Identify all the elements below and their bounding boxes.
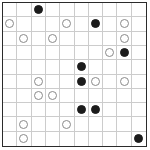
cell-r9c4[interactable] (46, 117, 60, 131)
cell-r1c4[interactable] (46, 3, 60, 17)
cell-r10c9[interactable] (117, 132, 131, 146)
cell-r2c2[interactable] (17, 17, 31, 31)
cell-r9c7[interactable] (89, 117, 103, 131)
cell-r2c1[interactable] (3, 17, 17, 31)
white-circle (62, 120, 71, 129)
cell-r1c10[interactable] (132, 3, 146, 17)
cell-r7c5[interactable] (60, 89, 74, 103)
cell-r8c6[interactable] (75, 103, 89, 117)
cell-r4c2[interactable] (17, 46, 31, 60)
cell-r3c7[interactable] (89, 32, 103, 46)
cell-r2c6[interactable] (75, 17, 89, 31)
cell-r6c3[interactable] (32, 75, 46, 89)
cell-r6c9[interactable] (117, 75, 131, 89)
cell-r4c1[interactable] (3, 46, 17, 60)
cell-r2c3[interactable] (32, 17, 46, 31)
white-circle (48, 34, 57, 43)
cell-r3c8[interactable] (103, 32, 117, 46)
cell-r4c7[interactable] (89, 46, 103, 60)
cell-r7c4[interactable] (46, 89, 60, 103)
cell-r7c1[interactable] (3, 89, 17, 103)
cell-r10c1[interactable] (3, 132, 17, 146)
cell-r6c8[interactable] (103, 75, 117, 89)
cell-r7c2[interactable] (17, 89, 31, 103)
cell-r8c3[interactable] (32, 103, 46, 117)
black-circle (77, 105, 86, 114)
cell-r5c2[interactable] (17, 60, 31, 74)
cell-r6c4[interactable] (46, 75, 60, 89)
cell-r9c1[interactable] (3, 117, 17, 131)
white-circle (105, 48, 114, 57)
cell-r2c4[interactable] (46, 17, 60, 31)
cell-r5c1[interactable] (3, 60, 17, 74)
cell-r8c5[interactable] (60, 103, 74, 117)
black-circle (91, 19, 100, 28)
black-circle (91, 105, 100, 114)
cell-r2c8[interactable] (103, 17, 117, 31)
cell-r5c9[interactable] (117, 60, 131, 74)
cell-r3c6[interactable] (75, 32, 89, 46)
black-circle (34, 5, 43, 14)
cell-r8c1[interactable] (3, 103, 17, 117)
cell-r3c2[interactable] (17, 32, 31, 46)
cell-r10c4[interactable] (46, 132, 60, 146)
cell-r7c8[interactable] (103, 89, 117, 103)
cell-r9c8[interactable] (103, 117, 117, 131)
cell-r10c10[interactable] (132, 132, 146, 146)
white-circle (62, 19, 71, 28)
white-circle (120, 77, 129, 86)
cell-r3c10[interactable] (132, 32, 146, 46)
cell-r8c7[interactable] (89, 103, 103, 117)
cell-r7c9[interactable] (117, 89, 131, 103)
cell-r5c7[interactable] (89, 60, 103, 74)
cell-r10c8[interactable] (103, 132, 117, 146)
cell-r5c3[interactable] (32, 60, 46, 74)
cell-r2c7[interactable] (89, 17, 103, 31)
cell-r9c6[interactable] (75, 117, 89, 131)
cell-r10c3[interactable] (32, 132, 46, 146)
black-circle (134, 134, 143, 143)
cell-r7c10[interactable] (132, 89, 146, 103)
cell-r1c2[interactable] (17, 3, 31, 17)
cell-r3c1[interactable] (3, 32, 17, 46)
cell-r8c2[interactable] (17, 103, 31, 117)
cell-r1c3[interactable] (32, 3, 46, 17)
cell-r7c6[interactable] (75, 89, 89, 103)
black-circle (120, 48, 129, 57)
masyu-board (2, 2, 147, 147)
cell-r3c5[interactable] (60, 32, 74, 46)
cell-r10c7[interactable] (89, 132, 103, 146)
cell-r10c6[interactable] (75, 132, 89, 146)
cell-r6c7[interactable] (89, 75, 103, 89)
cell-r1c8[interactable] (103, 3, 117, 17)
cell-r6c6[interactable] (75, 75, 89, 89)
cell-r5c5[interactable] (60, 60, 74, 74)
cell-r8c9[interactable] (117, 103, 131, 117)
black-circle (77, 77, 86, 86)
black-circle (77, 62, 86, 71)
white-circle (19, 134, 28, 143)
cell-r6c10[interactable] (132, 75, 146, 89)
cell-r5c4[interactable] (46, 60, 60, 74)
white-circle (5, 19, 14, 28)
cell-r1c1[interactable] (3, 3, 17, 17)
cell-r4c4[interactable] (46, 46, 60, 60)
cell-r5c10[interactable] (132, 60, 146, 74)
cell-r3c9[interactable] (117, 32, 131, 46)
white-circle (91, 77, 100, 86)
cell-r1c9[interactable] (117, 3, 131, 17)
cell-r5c8[interactable] (103, 60, 117, 74)
cell-r4c9[interactable] (117, 46, 131, 60)
cell-r4c5[interactable] (60, 46, 74, 60)
cell-r1c6[interactable] (75, 3, 89, 17)
white-circle (120, 34, 129, 43)
white-circle (34, 77, 43, 86)
cell-r9c2[interactable] (17, 117, 31, 131)
cell-r8c10[interactable] (132, 103, 146, 117)
cell-r1c7[interactable] (89, 3, 103, 17)
white-circle (48, 91, 57, 100)
cell-r4c8[interactable] (103, 46, 117, 60)
cell-r6c2[interactable] (17, 75, 31, 89)
cell-r9c3[interactable] (32, 117, 46, 131)
cell-r9c9[interactable] (117, 117, 131, 131)
cell-r6c1[interactable] (3, 75, 17, 89)
cell-r4c6[interactable] (75, 46, 89, 60)
cell-r2c10[interactable] (132, 17, 146, 31)
cell-r2c5[interactable] (60, 17, 74, 31)
cell-r3c4[interactable] (46, 32, 60, 46)
cell-r1c5[interactable] (60, 3, 74, 17)
cell-r5c6[interactable] (75, 60, 89, 74)
white-circle (19, 34, 28, 43)
white-circle (120, 19, 129, 28)
cell-r9c5[interactable] (60, 117, 74, 131)
cell-r4c10[interactable] (132, 46, 146, 60)
cell-r2c9[interactable] (117, 17, 131, 31)
cell-r7c7[interactable] (89, 89, 103, 103)
white-circle (19, 120, 28, 129)
cell-r9c10[interactable] (132, 117, 146, 131)
cell-r3c3[interactable] (32, 32, 46, 46)
cell-r8c8[interactable] (103, 103, 117, 117)
cell-r10c2[interactable] (17, 132, 31, 146)
cell-r4c3[interactable] (32, 46, 46, 60)
cell-r10c5[interactable] (60, 132, 74, 146)
cell-r8c4[interactable] (46, 103, 60, 117)
cell-r7c3[interactable] (32, 89, 46, 103)
cell-r6c5[interactable] (60, 75, 74, 89)
white-circle (34, 91, 43, 100)
